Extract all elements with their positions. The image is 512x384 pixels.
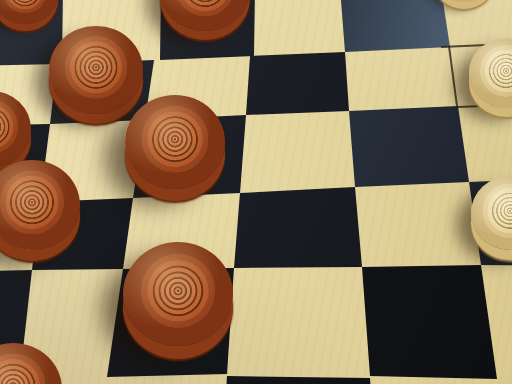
checker-piece-brown[interactable]	[125, 95, 225, 189]
checker-piece-brown[interactable]	[49, 26, 143, 114]
board-grid-line	[448, 46, 458, 106]
checker-piece-brown[interactable]	[123, 242, 233, 345]
checker-piece-brown[interactable]	[0, 343, 62, 384]
checkers-board-photo	[0, 0, 512, 384]
checker-piece-cream[interactable]	[469, 38, 512, 108]
